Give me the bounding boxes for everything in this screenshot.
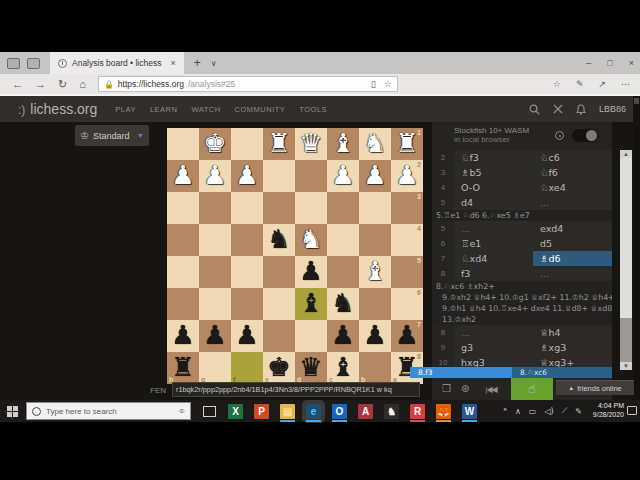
rank-coordinate: 5	[417, 257, 421, 264]
variant-select[interactable]: ♔ Standard ▼	[75, 125, 149, 146]
forward-icon[interactable]: →	[35, 78, 46, 90]
rank-coordinate: 3	[417, 193, 421, 200]
move-row: 6♖e1d5	[432, 236, 612, 251]
white-move[interactable]: g3	[454, 340, 533, 355]
settings-gear-icon[interactable]: ⊛	[461, 384, 469, 394]
square-b5[interactable]: ♝	[359, 256, 391, 288]
square-g3[interactable]	[199, 192, 231, 224]
scrollbar-thumb[interactable]	[620, 158, 632, 318]
square-a6[interactable]: 6	[391, 288, 423, 320]
square-c5[interactable]	[327, 256, 359, 288]
more-icon[interactable]: ⋯	[621, 79, 630, 89]
next-move-button[interactable]: ☝	[511, 378, 553, 400]
move-number: 10	[432, 355, 454, 367]
square-e2[interactable]	[263, 160, 295, 192]
square-h8[interactable]: ♜h	[167, 352, 199, 384]
square-h4[interactable]	[167, 224, 199, 256]
expand-up-icon: ▲	[568, 385, 574, 391]
variation-line[interactable]: 13.♔xh2	[432, 314, 612, 325]
engine-toggle[interactable]	[572, 129, 598, 142]
move-number: 6	[432, 236, 454, 251]
square-e8[interactable]: ♚e	[263, 352, 295, 384]
black-move[interactable]: ♗xg3	[533, 340, 612, 355]
black-move[interactable]: ...	[533, 195, 612, 210]
rank-coordinate: 6	[417, 289, 421, 296]
black-b-piece[interactable]: ♝	[295, 288, 327, 320]
lock-icon: 🔒	[104, 80, 114, 89]
square-f8[interactable]: f	[231, 352, 263, 384]
move-row: 3♗b5♘f6	[432, 165, 612, 180]
square-e5[interactable]	[263, 256, 295, 288]
square-g6[interactable]	[199, 288, 231, 320]
lichess-logo[interactable]: :) lichess.org	[18, 101, 97, 117]
fen-input[interactable]	[172, 382, 420, 397]
action-center-icon[interactable]	[627, 406, 637, 415]
square-h1[interactable]	[167, 128, 199, 160]
hidden-icons-chevron[interactable]: ∧	[515, 407, 521, 416]
network-icon[interactable]: ⟋	[562, 406, 568, 416]
square-e7[interactable]	[263, 320, 295, 352]
firefox-icon[interactable]: 🦊	[436, 404, 451, 419]
square-a1[interactable]: ♜1	[391, 128, 423, 160]
fen-label: FEN	[150, 386, 166, 395]
square-f6[interactable]	[231, 288, 263, 320]
system-tray: ᴿ∧▭◁)⟋✎	[503, 406, 582, 416]
close-button[interactable]: ×	[629, 58, 634, 68]
black-move[interactable]: exd4	[533, 221, 612, 236]
white-p-piece[interactable]: ♟	[327, 160, 359, 192]
square-c7[interactable]: ♟	[327, 320, 359, 352]
black-p-piece[interactable]: ♟	[327, 320, 359, 352]
rank-coordinate: 7	[417, 321, 421, 328]
square-b6[interactable]	[359, 288, 391, 320]
square-h5[interactable]	[167, 256, 199, 288]
chess-app-icon[interactable]: ♞	[384, 404, 399, 419]
square-e1[interactable]: ♜	[263, 128, 295, 160]
square-e4[interactable]: ♞	[263, 224, 295, 256]
chess-board: ♚♜♛♝♞♜1♟♟♟♟♟♟23♞♞4♟♝5♝♞6♟♟♟♟♟♟7♜hgf♚e♛d♝…	[167, 128, 423, 384]
square-g4[interactable]	[199, 224, 231, 256]
square-f1[interactable]	[231, 128, 263, 160]
square-h6[interactable]	[167, 288, 199, 320]
nav-item-play[interactable]: PLAY	[115, 105, 136, 114]
variant-label: Standard	[93, 131, 130, 141]
square-a7[interactable]: ♟7	[391, 320, 423, 352]
url-input[interactable]: 🔒 https://lichess.org /analysis#25 ▯ ☆	[98, 76, 398, 92]
move-number: 2	[432, 150, 454, 165]
excel-icon[interactable]: X	[228, 404, 243, 419]
site-header: :) lichess.org PLAYLEARNWATCHCOMMUNITYTO…	[0, 96, 640, 122]
new-tab-button[interactable]: +	[194, 56, 201, 70]
white-move[interactable]: ♘xd4	[454, 251, 533, 266]
white-move[interactable]: ♗b5	[454, 165, 533, 180]
variation-line[interactable]: 9.♔h1 ♕h4 10.♖xe4+ dxe4 11.♕d8+ ♕xd8 12.…	[432, 303, 612, 314]
white-p-piece[interactable]: ♟	[231, 160, 263, 192]
taskbar-search[interactable]: Type here to search ⌯	[26, 402, 191, 420]
friends-online-bar[interactable]: ▲ friends online	[556, 380, 634, 395]
square-b7[interactable]: ♟	[359, 320, 391, 352]
square-a5[interactable]: 5	[391, 256, 423, 288]
move-row: 5...exd4	[432, 221, 612, 236]
rank-coordinate: 4	[417, 225, 421, 232]
move-row: 2♘f3♘c6	[432, 150, 612, 165]
square-d7[interactable]	[295, 320, 327, 352]
white-n-piece[interactable]: ♞	[295, 224, 327, 256]
minimize-button[interactable]: –	[586, 58, 591, 68]
square-f2[interactable]: ♟	[231, 160, 263, 192]
square-d3[interactable]	[295, 192, 327, 224]
square-d8[interactable]: ♛d	[295, 352, 327, 384]
black-move[interactable]: ♘c6	[533, 150, 612, 165]
set-aside-tabs-icon[interactable]	[27, 58, 40, 69]
microphone-icon[interactable]: ⌯	[179, 406, 185, 416]
black-p-piece[interactable]: ♟	[167, 320, 199, 352]
scroll-up-icon[interactable]: ▲	[620, 150, 632, 158]
white-move[interactable]: ...	[454, 325, 533, 340]
cortana-icon	[32, 407, 41, 416]
search-placeholder: Type here to search	[46, 407, 117, 416]
hand-cursor-icon: ☝	[528, 381, 536, 396]
nav-item-learn[interactable]: LEARN	[150, 105, 178, 114]
outlook-icon[interactable]: O	[332, 404, 347, 419]
white-p-piece[interactable]: ♟	[199, 160, 231, 192]
reading-view-icon[interactable]: ▯	[371, 79, 376, 89]
square-d5[interactable]: ♟	[295, 256, 327, 288]
white-move[interactable]: f3	[454, 266, 533, 281]
square-d6[interactable]: ♝	[295, 288, 327, 320]
white-p-piece[interactable]: ♟	[359, 160, 391, 192]
move-number: 7	[432, 251, 454, 266]
square-e6[interactable]	[263, 288, 295, 320]
move-number: 4	[432, 180, 454, 195]
pen-icon[interactable]: ✎	[575, 407, 582, 416]
annotate-pen-icon[interactable]: ✎	[576, 79, 584, 89]
variation-line[interactable]: 5.♖e1 ♘d6 6.♘xe5 ♗e7	[432, 210, 612, 221]
clock-time: 4:04 PM	[593, 402, 624, 411]
volume-icon[interactable]: ◁)	[544, 407, 553, 416]
variation-choices: 8.f3 8.♘xc6	[410, 367, 612, 378]
back-icon[interactable]: ←	[12, 78, 23, 90]
square-g5[interactable]	[199, 256, 231, 288]
word-icon[interactable]: W	[462, 404, 477, 419]
square-d1[interactable]: ♛	[295, 128, 327, 160]
taskbar-clock[interactable]: 4:04 PM 9/28/2020	[593, 402, 624, 420]
white-q-piece[interactable]: ♛	[295, 128, 327, 160]
white-move[interactable]: hxg3	[454, 355, 533, 367]
square-c3[interactable]	[327, 192, 359, 224]
variation-line[interactable]: 9.♔xh2 ♕h4+ 10.♔g1 ♕xf2+ 11.♔h2 ♕h4+	[432, 292, 612, 303]
square-h7[interactable]: ♟	[167, 320, 199, 352]
move-row: 4O-O♘xe4	[432, 180, 612, 195]
white-r-piece[interactable]: ♜	[263, 128, 295, 160]
square-b2[interactable]: ♟	[359, 160, 391, 192]
main-nav: PLAYLEARNWATCHCOMMUNITYTOOLS	[115, 105, 327, 114]
white-move[interactable]: d4	[454, 195, 533, 210]
maximize-button[interactable]: □	[607, 58, 612, 68]
screen: Analysis board • lichess × + ∨ – □ × ← →…	[0, 0, 640, 480]
square-g8[interactable]: g	[199, 352, 231, 384]
move-row: 5d4...	[432, 195, 612, 210]
white-n-piece[interactable]: ♞	[359, 128, 391, 160]
square-b4[interactable]	[359, 224, 391, 256]
rank-coordinate: 8	[417, 353, 421, 360]
move-number: 8	[432, 266, 454, 281]
home-icon[interactable]: ⌂	[79, 78, 86, 90]
black-p-piece[interactable]: ♟	[359, 320, 391, 352]
current-move[interactable]: ♗d6	[533, 251, 612, 266]
white-move[interactable]: ...	[454, 221, 533, 236]
url-domain: https://lichess.org	[118, 79, 184, 89]
square-a4[interactable]: 4	[391, 224, 423, 256]
friends-online-label: friends online	[577, 384, 622, 393]
browser-tab-bar: Analysis board • lichess × + ∨ – □ ×	[0, 52, 640, 74]
lichess-page: :) lichess.org PLAYLEARNWATCHCOMMUNITYTO…	[0, 96, 640, 400]
scroll-down-icon[interactable]: ▼	[620, 362, 632, 370]
square-g7[interactable]: ♟	[199, 320, 231, 352]
white-b-piece[interactable]: ♝	[359, 256, 391, 288]
tab-dropdown-icon[interactable]: ∨	[211, 59, 217, 68]
hub-icon[interactable]: ☆	[553, 79, 561, 89]
white-k-piece[interactable]: ♚	[199, 128, 231, 160]
engine-eye-icon[interactable]	[555, 131, 564, 140]
white-p-piece[interactable]: ♟	[167, 160, 199, 192]
square-c1[interactable]: ♝	[327, 128, 359, 160]
black-n-piece[interactable]: ♞	[327, 288, 359, 320]
people-icon[interactable]: ᴿ	[503, 407, 507, 416]
engine-header: Stockfish 10+ WASM in local browser	[432, 122, 612, 150]
browser-address-bar: ← → ↻ ⌂ 🔒 https://lichess.org /analysis#…	[0, 74, 640, 96]
task-view-icon[interactable]	[203, 406, 216, 417]
square-f7[interactable]: ♟	[231, 320, 263, 352]
move-list: 2♘f3♘c63♗b5♘f64O-O♘xe45d4...5.♖e1 ♘d6 6.…	[432, 150, 612, 367]
black-move[interactable]: ♕xg3+	[533, 355, 612, 367]
square-f3[interactable]	[231, 192, 263, 224]
challenge-icon[interactable]	[553, 104, 563, 114]
square-g1[interactable]: ♚	[199, 128, 231, 160]
choice-alt-move[interactable]: 8.♘xc6	[512, 367, 612, 378]
square-c8[interactable]: ♝c	[327, 352, 359, 384]
white-move[interactable]: ♖e1	[454, 236, 533, 251]
move-number: 9	[432, 340, 454, 355]
black-n-piece[interactable]: ♞	[263, 224, 295, 256]
black-p-piece[interactable]: ♟	[231, 320, 263, 352]
nav-item-tools[interactable]: TOOLS	[299, 105, 327, 114]
url-path: /analysis#25	[188, 79, 235, 89]
square-b1[interactable]: ♞	[359, 128, 391, 160]
powerpoint-icon[interactable]: P	[254, 404, 269, 419]
battery-icon[interactable]: ▭	[529, 407, 537, 416]
nav-item-watch[interactable]: WATCH	[191, 105, 220, 114]
square-b8[interactable]: b	[359, 352, 391, 384]
start-button[interactable]	[7, 406, 18, 417]
rstudio-icon[interactable]: R	[410, 404, 425, 419]
taskbar-apps: XP▤eOA♞R🦊W	[228, 404, 477, 419]
square-h2[interactable]: ♟	[167, 160, 199, 192]
move-number: 8	[432, 325, 454, 340]
square-c4[interactable]	[327, 224, 359, 256]
black-p-piece[interactable]: ♟	[295, 256, 327, 288]
square-b3[interactable]	[359, 192, 391, 224]
menu-book-icon[interactable]: ❐	[442, 384, 451, 394]
white-b-piece[interactable]: ♝	[327, 128, 359, 160]
square-a2[interactable]: ♟2	[391, 160, 423, 192]
share-icon[interactable]: ↗	[598, 79, 606, 89]
black-move[interactable]: ♕h4	[533, 325, 612, 340]
tab-title: Analysis board • lichess	[72, 58, 161, 68]
square-a3[interactable]: 3	[391, 192, 423, 224]
square-e3[interactable]	[263, 192, 295, 224]
refresh-icon[interactable]: ↻	[58, 78, 67, 91]
chevron-down-icon: ▼	[137, 132, 144, 139]
search-icon[interactable]	[529, 104, 540, 115]
rank-coordinate: 1	[417, 129, 421, 136]
white-move[interactable]: ♘f3	[454, 150, 533, 165]
tab-preview-icon[interactable]	[7, 58, 20, 69]
logo-text: lichess.org	[30, 101, 97, 117]
lichess-favicon-icon	[58, 59, 67, 68]
variation-line[interactable]: 8.♘xc6 ♗xh2+	[432, 281, 612, 292]
move-number: 3	[432, 165, 454, 180]
browser-tab[interactable]: Analysis board • lichess ×	[50, 52, 184, 74]
move-number: 5	[432, 195, 454, 210]
notification-bell-icon[interactable]	[576, 104, 586, 115]
black-move[interactable]: d5	[533, 236, 612, 251]
move-number: 5	[432, 221, 454, 236]
square-d2[interactable]	[295, 160, 327, 192]
black-move[interactable]: ♘f6	[533, 165, 612, 180]
move-row: 8f3...	[432, 266, 612, 281]
move-row: 9g3♗xg3	[432, 340, 612, 355]
clock-date: 9/28/2020	[593, 411, 624, 420]
favorite-star-icon[interactable]: ☆	[384, 79, 392, 89]
access-icon[interactable]: A	[358, 404, 373, 419]
square-h3[interactable]	[167, 192, 199, 224]
white-move[interactable]: O-O	[454, 180, 533, 195]
nav-item-community[interactable]: COMMUNITY	[235, 105, 286, 114]
black-move[interactable]: ...	[533, 266, 612, 281]
window-controls: – □ ×	[586, 52, 634, 74]
square-c6[interactable]: ♞	[327, 288, 359, 320]
movelist-scrollbar[interactable]: ▲ ▼	[620, 150, 632, 370]
move-row: 10hxg3♕xg3+	[432, 355, 612, 367]
square-f4[interactable]	[231, 224, 263, 256]
rank-coordinate: 2	[417, 161, 421, 168]
file-explorer-icon[interactable]: ▤	[280, 404, 295, 419]
square-g2[interactable]: ♟	[199, 160, 231, 192]
page-scrollbar[interactable]	[633, 96, 640, 400]
square-f5[interactable]	[231, 256, 263, 288]
square-d4[interactable]: ♞	[295, 224, 327, 256]
crown-icon: ♔	[80, 131, 89, 141]
logo-mark: :)	[18, 103, 25, 117]
choice-main-move[interactable]: 8.f3	[410, 367, 512, 378]
edge-icon[interactable]: e	[306, 404, 321, 419]
username[interactable]: LBB86	[599, 104, 626, 114]
move-row: 8...♕h4	[432, 325, 612, 340]
black-p-piece[interactable]: ♟	[199, 320, 231, 352]
windows-taskbar: Type here to search ⌯ XP▤eOA♞R🦊W ᴿ∧▭◁)⟋✎…	[0, 400, 640, 422]
square-c2[interactable]: ♟	[327, 160, 359, 192]
tab-close-icon[interactable]: ×	[170, 58, 175, 68]
black-move[interactable]: ♘xe4	[533, 180, 612, 195]
move-row: 7♘xd4♗d6	[432, 251, 612, 266]
go-first-button[interactable]: |◀◀	[485, 385, 496, 394]
